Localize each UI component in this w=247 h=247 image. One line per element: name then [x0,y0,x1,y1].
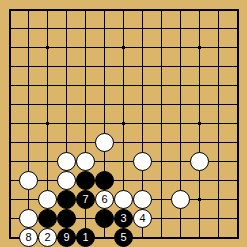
intersection-12-5[interactable] [209,76,228,95]
intersection-9-9[interactable] [152,152,171,171]
intersection-7-13[interactable]: 5 [114,228,133,247]
black-stone [95,171,114,190]
intersection-2-11[interactable] [19,190,38,209]
intersection-9-4[interactable] [152,57,171,76]
hoshi-point [46,46,49,49]
intersection-3-5[interactable] [38,76,57,95]
white-stone [190,152,209,171]
intersection-1-13[interactable] [0,228,19,247]
intersection-12-7[interactable] [209,114,228,133]
intersection-1-9[interactable] [0,152,19,171]
intersection-1-5[interactable] [0,76,19,95]
intersection-2-12[interactable] [19,209,38,228]
intersection-10-8[interactable] [171,133,190,152]
intersection-6-9[interactable] [95,152,114,171]
hoshi-point [198,46,201,49]
white-stone [171,190,190,209]
intersection-3-11[interactable] [38,190,57,209]
intersection-8-3[interactable] [133,38,152,57]
intersection-10-1[interactable] [171,0,190,19]
intersection-12-4[interactable] [209,57,228,76]
intersection-12-10[interactable] [209,171,228,190]
black-stone [57,209,76,228]
intersection-2-10[interactable] [19,171,38,190]
intersection-10-13[interactable] [171,228,190,247]
black-stone [95,209,114,228]
intersection-12-2[interactable] [209,19,228,38]
intersection-4-10[interactable] [57,171,76,190]
black-stone-move-3: 3 [114,209,133,228]
intersection-8-13[interactable] [133,228,152,247]
intersection-1-12[interactable] [0,209,19,228]
intersection-8-8[interactable] [133,133,152,152]
intersection-11-1[interactable] [190,0,209,19]
intersection-5-6[interactable] [76,95,95,114]
intersection-5-12[interactable] [76,209,95,228]
intersection-8-1[interactable] [133,0,152,19]
intersection-10-4[interactable] [171,57,190,76]
intersection-11-5[interactable] [190,76,209,95]
intersection-7-1[interactable] [114,0,133,19]
intersection-1-1[interactable] [0,0,19,19]
intersection-1-3[interactable] [0,38,19,57]
intersection-12-8[interactable] [209,133,228,152]
white-stone [76,152,95,171]
intersection-9-5[interactable] [152,76,171,95]
intersection-8-4[interactable] [133,57,152,76]
go-board: 763482915 [0,0,247,247]
intersection-5-10[interactable] [76,171,95,190]
white-stone [133,190,152,209]
intersection-5-9[interactable] [76,152,95,171]
intersection-9-13[interactable] [152,228,171,247]
intersection-4-3[interactable] [57,38,76,57]
intersection-9-2[interactable] [152,19,171,38]
intersection-7-3[interactable] [114,38,133,57]
intersection-2-6[interactable] [19,95,38,114]
intersection-2-5[interactable] [19,76,38,95]
intersection-10-9[interactable] [171,152,190,171]
intersection-4-12[interactable] [57,209,76,228]
intersection-12-9[interactable] [209,152,228,171]
intersection-11-9[interactable] [190,152,209,171]
intersection-6-1[interactable] [95,0,114,19]
hoshi-point [198,122,201,125]
intersection-5-1[interactable] [76,0,95,19]
intersection-8-10[interactable] [133,171,152,190]
intersection-3-3[interactable] [38,38,57,57]
intersection-6-11[interactable]: 6 [95,190,114,209]
intersection-10-3[interactable] [171,38,190,57]
white-stone-move-8: 8 [19,228,38,247]
intersection-5-4[interactable] [76,57,95,76]
intersection-2-8[interactable] [19,133,38,152]
intersection-13-2[interactable] [228,19,247,38]
intersection-11-12[interactable] [190,209,209,228]
intersection-2-13[interactable]: 8 [19,228,38,247]
intersection-11-3[interactable] [190,38,209,57]
black-stone-move-5: 5 [114,228,133,247]
white-stone-move-4: 4 [133,209,152,228]
black-stone [76,171,95,190]
intersection-5-5[interactable] [76,76,95,95]
intersection-11-10[interactable] [190,171,209,190]
intersection-7-7[interactable] [114,114,133,133]
intersection-4-4[interactable] [57,57,76,76]
intersection-7-5[interactable] [114,76,133,95]
intersection-6-3[interactable] [95,38,114,57]
white-stone-move-6: 6 [95,190,114,209]
intersection-7-2[interactable] [114,19,133,38]
intersection-5-13[interactable]: 1 [76,228,95,247]
intersection-3-12[interactable] [38,209,57,228]
intersection-4-8[interactable] [57,133,76,152]
intersection-8-12[interactable]: 4 [133,209,152,228]
intersection-4-5[interactable] [57,76,76,95]
intersection-8-5[interactable] [133,76,152,95]
intersection-13-4[interactable] [228,57,247,76]
intersection-3-7[interactable] [38,114,57,133]
intersection-6-10[interactable] [95,171,114,190]
intersection-9-10[interactable] [152,171,171,190]
intersection-13-3[interactable] [228,38,247,57]
intersection-6-5[interactable] [95,76,114,95]
white-stone [95,133,114,152]
intersection-13-11[interactable] [228,190,247,209]
intersection-10-11[interactable] [171,190,190,209]
intersection-4-9[interactable] [57,152,76,171]
intersection-10-5[interactable] [171,76,190,95]
intersection-13-10[interactable] [228,171,247,190]
white-stone [57,152,76,171]
intersection-13-8[interactable] [228,133,247,152]
intersection-10-10[interactable] [171,171,190,190]
intersection-8-2[interactable] [133,19,152,38]
intersection-9-12[interactable] [152,209,171,228]
intersection-13-1[interactable] [228,0,247,19]
intersection-11-8[interactable] [190,133,209,152]
white-stone [19,171,38,190]
intersection-8-11[interactable] [133,190,152,209]
intersection-3-6[interactable] [38,95,57,114]
intersection-9-6[interactable] [152,95,171,114]
intersection-7-12[interactable]: 3 [114,209,133,228]
black-stone-move-7: 7 [76,190,95,209]
intersection-5-3[interactable] [76,38,95,57]
hoshi-point [122,46,125,49]
black-stone-move-1: 1 [76,228,95,247]
intersection-6-8[interactable] [95,133,114,152]
intersection-9-8[interactable] [152,133,171,152]
intersection-6-13[interactable] [95,228,114,247]
intersection-9-7[interactable] [152,114,171,133]
intersection-1-8[interactable] [0,133,19,152]
intersection-7-11[interactable] [114,190,133,209]
intersection-6-7[interactable] [95,114,114,133]
intersection-11-6[interactable] [190,95,209,114]
intersection-7-10[interactable] [114,171,133,190]
hoshi-point [46,122,49,125]
intersection-2-3[interactable] [19,38,38,57]
intersection-3-8[interactable] [38,133,57,152]
intersection-4-1[interactable] [57,0,76,19]
hoshi-point [122,122,125,125]
hoshi-point [198,198,201,201]
intersection-12-3[interactable] [209,38,228,57]
intersection-7-8[interactable] [114,133,133,152]
white-stone [57,171,76,190]
white-stone [19,209,38,228]
intersection-11-4[interactable] [190,57,209,76]
intersection-13-7[interactable] [228,114,247,133]
intersection-3-13[interactable]: 2 [38,228,57,247]
intersection-1-7[interactable] [0,114,19,133]
intersection-13-5[interactable] [228,76,247,95]
intersection-8-6[interactable] [133,95,152,114]
white-stone-move-2: 2 [38,228,57,247]
intersection-9-1[interactable] [152,0,171,19]
intersection-3-2[interactable] [38,19,57,38]
white-stone [114,190,133,209]
intersection-11-2[interactable] [190,19,209,38]
intersection-7-9[interactable] [114,152,133,171]
intersection-6-12[interactable] [95,209,114,228]
intersection-3-4[interactable] [38,57,57,76]
page-background: { "game": "go", "board": { "size": 13, "… [0,0,247,247]
intersection-5-7[interactable] [76,114,95,133]
intersection-4-7[interactable] [57,114,76,133]
intersection-13-6[interactable] [228,95,247,114]
black-stone [38,209,57,228]
intersection-4-6[interactable] [57,95,76,114]
intersection-8-9[interactable] [133,152,152,171]
intersection-4-2[interactable] [57,19,76,38]
intersection-12-6[interactable] [209,95,228,114]
intersection-2-4[interactable] [19,57,38,76]
intersection-10-2[interactable] [171,19,190,38]
intersection-9-11[interactable] [152,190,171,209]
intersection-4-13[interactable]: 9 [57,228,76,247]
intersection-6-2[interactable] [95,19,114,38]
intersection-5-8[interactable] [76,133,95,152]
intersection-6-6[interactable] [95,95,114,114]
intersection-10-12[interactable] [171,209,190,228]
board-grid: 763482915 [0,0,247,247]
intersection-1-2[interactable] [0,19,19,38]
intersection-7-4[interactable] [114,57,133,76]
intersection-1-4[interactable] [0,57,19,76]
intersection-5-11[interactable]: 7 [76,190,95,209]
intersection-13-12[interactable] [228,209,247,228]
intersection-2-7[interactable] [19,114,38,133]
black-stone-move-9: 9 [57,228,76,247]
intersection-11-13[interactable] [190,228,209,247]
intersection-1-6[interactable] [0,95,19,114]
intersection-12-12[interactable] [209,209,228,228]
white-stone [38,190,57,209]
intersection-13-9[interactable] [228,152,247,171]
black-stone [57,190,76,209]
intersection-1-10[interactable] [0,171,19,190]
intersection-7-6[interactable] [114,95,133,114]
intersection-1-11[interactable] [0,190,19,209]
intersection-3-10[interactable] [38,171,57,190]
intersection-2-1[interactable] [19,0,38,19]
intersection-12-13[interactable] [209,228,228,247]
intersection-13-13[interactable] [228,228,247,247]
intersection-6-4[interactable] [95,57,114,76]
intersection-3-1[interactable] [38,0,57,19]
intersection-12-1[interactable] [209,0,228,19]
intersection-10-7[interactable] [171,114,190,133]
intersection-4-11[interactable] [57,190,76,209]
intersection-11-7[interactable] [190,114,209,133]
intersection-9-3[interactable] [152,38,171,57]
white-stone [133,152,152,171]
intersection-8-7[interactable] [133,114,152,133]
intersection-3-9[interactable] [38,152,57,171]
intersection-11-11[interactable] [190,190,209,209]
intersection-2-9[interactable] [19,152,38,171]
intersection-5-2[interactable] [76,19,95,38]
intersection-2-2[interactable] [19,19,38,38]
intersection-12-11[interactable] [209,190,228,209]
intersection-10-6[interactable] [171,95,190,114]
